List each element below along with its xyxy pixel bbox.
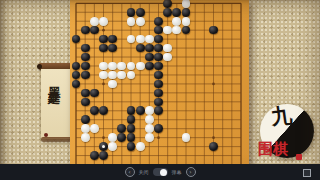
black-stone	[81, 62, 90, 71]
black-stone	[154, 80, 163, 89]
black-player-name: 黑芈昱廷	[48, 77, 60, 84]
black-stone	[90, 151, 99, 160]
toggle-left-label: 关闭	[139, 169, 149, 175]
logo-black-glyph: 九	[269, 101, 294, 132]
black-stone	[81, 115, 90, 124]
star-point	[102, 29, 105, 32]
danmaku-toggle[interactable]	[153, 168, 168, 176]
white-stone	[145, 35, 154, 44]
black-stone	[154, 17, 163, 26]
go-board[interactable]	[70, 0, 249, 168]
white-stone	[108, 142, 117, 151]
next-button[interactable]: ›	[186, 167, 196, 177]
black-stone	[154, 53, 163, 62]
black-stone	[154, 124, 163, 133]
black-stone	[154, 62, 163, 71]
black-stone	[136, 44, 145, 53]
white-stone	[99, 71, 108, 80]
black-stone	[145, 44, 154, 53]
star-point	[102, 136, 105, 139]
black-stone	[99, 142, 108, 151]
channel-logo: 九 围棋	[258, 102, 320, 168]
white-stone	[108, 133, 117, 142]
toggle-knob[interactable]	[160, 169, 167, 176]
scroll-seal	[44, 133, 48, 137]
white-stone	[99, 17, 108, 26]
fullscreen-icon[interactable]	[303, 169, 311, 177]
logo-seal	[296, 154, 302, 160]
black-stone	[209, 142, 218, 151]
black-stone	[81, 26, 90, 35]
star-point	[157, 136, 160, 139]
logo-red-glyph: 围棋	[258, 140, 288, 159]
black-stone	[90, 26, 99, 35]
white-stone	[99, 62, 108, 71]
white-stone	[145, 124, 154, 133]
white-stone	[127, 17, 136, 26]
black-stone	[127, 8, 136, 17]
white-stone	[145, 115, 154, 124]
black-stone	[90, 89, 99, 98]
video-control-bar: ‹ 关闭 弹幕 ›	[0, 164, 320, 180]
prev-button[interactable]: ‹	[125, 167, 135, 177]
black-stone	[81, 98, 90, 107]
black-stone	[81, 89, 90, 98]
black-stone	[136, 106, 145, 115]
black-stone	[99, 151, 108, 160]
black-stone	[145, 53, 154, 62]
white-stone	[81, 133, 90, 142]
star-point	[212, 83, 215, 86]
black-stone	[154, 71, 163, 80]
black-stone	[154, 98, 163, 107]
black-stone	[90, 106, 99, 115]
black-stone	[154, 106, 163, 115]
black-stone	[81, 44, 90, 53]
white-stone	[90, 124, 99, 133]
black-stone	[136, 8, 145, 17]
white-stone	[145, 106, 154, 115]
black-stone	[182, 8, 191, 17]
black-stone	[172, 8, 181, 17]
black-stone	[81, 53, 90, 62]
star-point	[212, 136, 215, 139]
white-stone	[182, 17, 191, 26]
black-stone	[145, 62, 154, 71]
white-stone	[136, 142, 145, 151]
black-stone	[81, 71, 90, 80]
white-stone	[136, 17, 145, 26]
video-frame: 白唐韦星 黑芈昱廷 九 围棋 ‹ 关闭 弹幕 ›	[0, 0, 320, 180]
white-stone	[145, 133, 154, 142]
black-stone	[99, 106, 108, 115]
white-stone	[81, 124, 90, 133]
white-stone	[136, 35, 145, 44]
last-move-marker	[102, 145, 105, 148]
toggle-right-label: 弹幕	[172, 169, 182, 175]
white-stone	[172, 17, 181, 26]
black-stone	[163, 0, 172, 8]
white-stone	[182, 0, 191, 8]
black-stone	[163, 8, 172, 17]
black-stone	[127, 142, 136, 151]
white-stone	[90, 17, 99, 26]
white-stone	[136, 62, 145, 71]
black-stone	[154, 89, 163, 98]
star-point	[102, 83, 105, 86]
